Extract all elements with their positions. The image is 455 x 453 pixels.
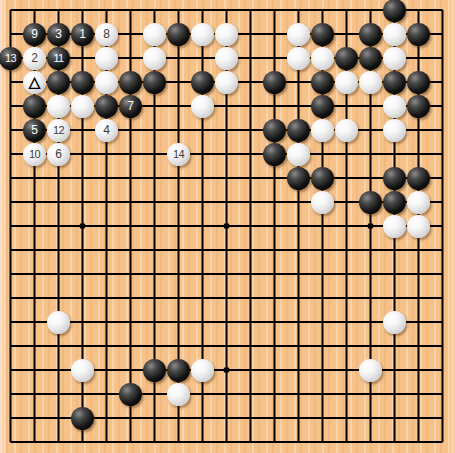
move-number-label: 5	[31, 124, 38, 136]
stone-black-S18[interactable]	[407, 23, 430, 46]
stone-white-N17[interactable]	[287, 47, 310, 70]
stone-white-E18[interactable]: 8	[95, 23, 118, 46]
stone-black-D2[interactable]	[71, 407, 94, 430]
stone-white-E16[interactable]	[95, 71, 118, 94]
stone-white-J15[interactable]	[191, 95, 214, 118]
stone-black-G16[interactable]	[143, 71, 166, 94]
stone-white-B17[interactable]: 2	[23, 47, 46, 70]
stone-black-E15[interactable]	[95, 95, 118, 118]
stone-white-C15[interactable]	[47, 95, 70, 118]
stone-black-N12[interactable]	[287, 167, 310, 190]
stone-black-H4[interactable]	[167, 359, 190, 382]
stone-white-E17[interactable]	[95, 47, 118, 70]
stone-black-H18[interactable]	[167, 23, 190, 46]
stone-black-O12[interactable]	[311, 167, 334, 190]
stone-white-S11[interactable]	[407, 191, 430, 214]
stone-black-C18[interactable]: 3	[47, 23, 70, 46]
stone-white-R10[interactable]	[383, 215, 406, 238]
stone-white-R6[interactable]	[383, 311, 406, 334]
stone-white-B13[interactable]: 10	[23, 143, 46, 166]
stone-black-O15[interactable]	[311, 95, 334, 118]
stone-black-F3[interactable]	[119, 383, 142, 406]
move-number-label: 14	[173, 149, 184, 160]
stone-white-P16[interactable]	[335, 71, 358, 94]
triangle-mark: △	[29, 74, 41, 89]
stone-white-K16[interactable]	[215, 71, 238, 94]
stone-black-P17[interactable]	[335, 47, 358, 70]
move-number-label: 12	[53, 125, 64, 136]
stones-layer: 93113117582△12410614	[0, 0, 455, 453]
stone-black-F15[interactable]: 7	[119, 95, 142, 118]
stone-white-J18[interactable]	[191, 23, 214, 46]
stone-white-N13[interactable]	[287, 143, 310, 166]
stone-black-B15[interactable]	[23, 95, 46, 118]
move-number-label: 7	[127, 100, 134, 112]
stone-white-Q16[interactable]	[359, 71, 382, 94]
move-number-label: 4	[103, 124, 110, 136]
stone-black-D18[interactable]: 1	[71, 23, 94, 46]
stone-white-B16[interactable]: △	[23, 71, 46, 94]
stone-black-R19[interactable]	[383, 0, 406, 22]
move-number-label: 11	[53, 53, 63, 64]
stone-black-S12[interactable]	[407, 167, 430, 190]
stone-white-Q4[interactable]	[359, 359, 382, 382]
stone-black-J16[interactable]	[191, 71, 214, 94]
stone-white-C14[interactable]: 12	[47, 119, 70, 142]
stone-black-A17[interactable]: 13	[0, 47, 22, 70]
stone-white-R14[interactable]	[383, 119, 406, 142]
stone-white-K17[interactable]	[215, 47, 238, 70]
stone-black-M14[interactable]	[263, 119, 286, 142]
stone-black-S15[interactable]	[407, 95, 430, 118]
stone-white-O11[interactable]	[311, 191, 334, 214]
stone-white-R17[interactable]	[383, 47, 406, 70]
stone-black-N14[interactable]	[287, 119, 310, 142]
stone-black-C17[interactable]: 11	[47, 47, 70, 70]
move-number-label: 1	[79, 28, 86, 40]
stone-white-J4[interactable]	[191, 359, 214, 382]
stone-white-C13[interactable]: 6	[47, 143, 70, 166]
stone-white-S10[interactable]	[407, 215, 430, 238]
stone-white-E14[interactable]: 4	[95, 119, 118, 142]
stone-white-K18[interactable]	[215, 23, 238, 46]
stone-black-Q18[interactable]	[359, 23, 382, 46]
stone-white-C6[interactable]	[47, 311, 70, 334]
move-number-label: 3	[55, 28, 62, 40]
move-number-label: 13	[5, 53, 16, 64]
go-board: 93113117582△12410614	[0, 0, 455, 453]
stone-white-R15[interactable]	[383, 95, 406, 118]
stone-black-Q11[interactable]	[359, 191, 382, 214]
stone-black-S16[interactable]	[407, 71, 430, 94]
stone-white-D15[interactable]	[71, 95, 94, 118]
stone-black-C16[interactable]	[47, 71, 70, 94]
stone-black-O18[interactable]	[311, 23, 334, 46]
stone-black-M13[interactable]	[263, 143, 286, 166]
stone-white-D4[interactable]	[71, 359, 94, 382]
stone-white-G18[interactable]	[143, 23, 166, 46]
stone-black-R16[interactable]	[383, 71, 406, 94]
move-number-label: 2	[31, 52, 38, 64]
stone-black-O16[interactable]	[311, 71, 334, 94]
stone-white-N18[interactable]	[287, 23, 310, 46]
stone-white-G17[interactable]	[143, 47, 166, 70]
stone-black-B14[interactable]: 5	[23, 119, 46, 142]
stone-white-H3[interactable]	[167, 383, 190, 406]
move-number-label: 6	[55, 148, 62, 160]
stone-black-Q17[interactable]	[359, 47, 382, 70]
stone-black-M16[interactable]	[263, 71, 286, 94]
stone-black-G4[interactable]	[143, 359, 166, 382]
stone-black-R11[interactable]	[383, 191, 406, 214]
stone-black-D16[interactable]	[71, 71, 94, 94]
stone-black-R12[interactable]	[383, 167, 406, 190]
stone-black-F16[interactable]	[119, 71, 142, 94]
stone-black-B18[interactable]: 9	[23, 23, 46, 46]
move-number-label: 10	[29, 149, 40, 160]
stone-white-R18[interactable]	[383, 23, 406, 46]
stone-white-H13[interactable]: 14	[167, 143, 190, 166]
move-number-label: 8	[103, 28, 110, 40]
stone-white-P14[interactable]	[335, 119, 358, 142]
stone-white-O17[interactable]	[311, 47, 334, 70]
stone-white-O14[interactable]	[311, 119, 334, 142]
move-number-label: 9	[31, 28, 38, 40]
